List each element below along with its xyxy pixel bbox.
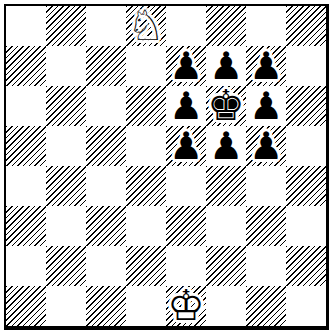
square-a4[interactable] xyxy=(6,166,46,206)
square-b3[interactable] xyxy=(46,206,86,246)
square-h8[interactable] xyxy=(286,6,326,46)
board-frame: ♘♟♟♟♟♚♟♟♟♟♔ xyxy=(4,4,329,330)
square-b8[interactable] xyxy=(46,6,86,46)
square-h2[interactable] xyxy=(286,246,326,286)
square-c7[interactable] xyxy=(86,46,126,86)
square-g6[interactable]: ♟ xyxy=(246,86,286,126)
square-f5[interactable]: ♟ xyxy=(206,126,246,166)
square-h1[interactable] xyxy=(286,286,326,326)
square-g1[interactable] xyxy=(246,286,286,326)
square-b7[interactable] xyxy=(46,46,86,86)
square-h5[interactable] xyxy=(286,126,326,166)
square-h6[interactable] xyxy=(286,86,326,126)
piece-black-pawn[interactable]: ♟ xyxy=(246,126,286,166)
square-b1[interactable] xyxy=(46,286,86,326)
square-c3[interactable] xyxy=(86,206,126,246)
piece-black-pawn[interactable]: ♟ xyxy=(206,46,246,86)
square-d3[interactable] xyxy=(126,206,166,246)
square-d2[interactable] xyxy=(126,246,166,286)
square-a2[interactable] xyxy=(6,246,46,286)
square-g7[interactable]: ♟ xyxy=(246,46,286,86)
square-e3[interactable] xyxy=(166,206,206,246)
piece-white-knight[interactable]: ♘ xyxy=(126,6,166,46)
piece-black-pawn[interactable]: ♟ xyxy=(166,46,206,86)
square-a7[interactable] xyxy=(6,46,46,86)
square-a6[interactable] xyxy=(6,86,46,126)
square-f6[interactable]: ♚ xyxy=(206,86,246,126)
square-g2[interactable] xyxy=(246,246,286,286)
square-d6[interactable] xyxy=(126,86,166,126)
square-f4[interactable] xyxy=(206,166,246,206)
square-e6[interactable]: ♟ xyxy=(166,86,206,126)
square-e8[interactable] xyxy=(166,6,206,46)
square-g5[interactable]: ♟ xyxy=(246,126,286,166)
square-h7[interactable] xyxy=(286,46,326,86)
square-f1[interactable] xyxy=(206,286,246,326)
square-c5[interactable] xyxy=(86,126,126,166)
square-e1[interactable]: ♔ xyxy=(166,286,206,326)
square-f2[interactable] xyxy=(206,246,246,286)
piece-black-pawn[interactable]: ♟ xyxy=(206,126,246,166)
square-f7[interactable]: ♟ xyxy=(206,46,246,86)
square-c6[interactable] xyxy=(86,86,126,126)
square-c2[interactable] xyxy=(86,246,126,286)
square-g8[interactable] xyxy=(246,6,286,46)
square-a1[interactable] xyxy=(6,286,46,326)
square-e7[interactable]: ♟ xyxy=(166,46,206,86)
square-d7[interactable] xyxy=(126,46,166,86)
square-g4[interactable] xyxy=(246,166,286,206)
square-e4[interactable] xyxy=(166,166,206,206)
chess-board: ♘♟♟♟♟♚♟♟♟♟♔ xyxy=(6,6,326,326)
square-f8[interactable] xyxy=(206,6,246,46)
square-g3[interactable] xyxy=(246,206,286,246)
square-c8[interactable] xyxy=(86,6,126,46)
square-b4[interactable] xyxy=(46,166,86,206)
square-d5[interactable] xyxy=(126,126,166,166)
square-b2[interactable] xyxy=(46,246,86,286)
piece-black-pawn[interactable]: ♟ xyxy=(166,86,206,126)
piece-black-pawn[interactable]: ♟ xyxy=(246,86,286,126)
piece-white-king[interactable]: ♔ xyxy=(166,286,206,326)
square-a5[interactable] xyxy=(6,126,46,166)
square-h3[interactable] xyxy=(286,206,326,246)
square-e2[interactable] xyxy=(166,246,206,286)
square-d4[interactable] xyxy=(126,166,166,206)
piece-black-king[interactable]: ♚ xyxy=(206,86,246,126)
square-h4[interactable] xyxy=(286,166,326,206)
square-b6[interactable] xyxy=(46,86,86,126)
piece-black-pawn[interactable]: ♟ xyxy=(246,46,286,86)
piece-black-pawn[interactable]: ♟ xyxy=(166,126,206,166)
square-d1[interactable] xyxy=(126,286,166,326)
square-e5[interactable]: ♟ xyxy=(166,126,206,166)
square-c4[interactable] xyxy=(86,166,126,206)
square-b5[interactable] xyxy=(46,126,86,166)
square-d8[interactable]: ♘ xyxy=(126,6,166,46)
square-f3[interactable] xyxy=(206,206,246,246)
square-a8[interactable] xyxy=(6,6,46,46)
square-a3[interactable] xyxy=(6,206,46,246)
square-c1[interactable] xyxy=(86,286,126,326)
